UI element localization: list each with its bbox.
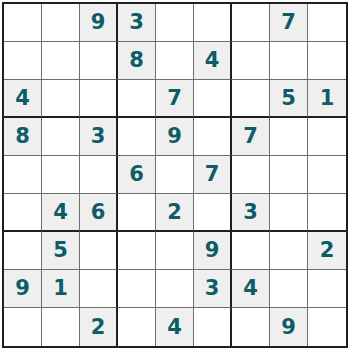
cell-r3c5: 7	[156, 80, 194, 118]
cell-r4c7: 7	[232, 118, 270, 156]
cell-r2c9[interactable]	[308, 42, 346, 80]
cell-r2c7[interactable]	[232, 42, 270, 80]
cell-r3c8: 5	[270, 80, 308, 118]
cell-r1c1[interactable]	[4, 4, 42, 42]
cell-r6c4[interactable]	[118, 194, 156, 232]
cell-r5c5[interactable]	[156, 156, 194, 194]
cell-r4c9[interactable]	[308, 118, 346, 156]
cell-r1c4: 3	[118, 4, 156, 42]
cell-r5c3[interactable]	[80, 156, 118, 194]
cell-r8c9[interactable]	[308, 270, 346, 308]
cell-r2c5[interactable]	[156, 42, 194, 80]
cell-r8c6: 3	[194, 270, 232, 308]
cell-r8c5[interactable]	[156, 270, 194, 308]
cell-r2c3[interactable]	[80, 42, 118, 80]
cell-r1c8: 7	[270, 4, 308, 42]
cell-r6c5: 2	[156, 194, 194, 232]
cell-r6c8[interactable]	[270, 194, 308, 232]
cell-r9c3: 2	[80, 308, 118, 346]
cell-r4c6[interactable]	[194, 118, 232, 156]
cell-r1c3: 9	[80, 4, 118, 42]
cell-r1c2[interactable]	[42, 4, 80, 42]
cell-r2c1[interactable]	[4, 42, 42, 80]
cell-r5c4: 6	[118, 156, 156, 194]
cell-r9c5: 4	[156, 308, 194, 346]
cell-r8c3[interactable]	[80, 270, 118, 308]
cell-r6c2: 4	[42, 194, 80, 232]
cell-r6c3: 6	[80, 194, 118, 232]
cell-r1c7[interactable]	[232, 4, 270, 42]
cell-r6c9[interactable]	[308, 194, 346, 232]
cell-r9c4[interactable]	[118, 308, 156, 346]
cell-r4c2[interactable]	[42, 118, 80, 156]
cell-r2c6: 4	[194, 42, 232, 80]
page: 93784475183976746235929134249	[0, 0, 350, 350]
cell-r3c6[interactable]	[194, 80, 232, 118]
cell-r9c1[interactable]	[4, 308, 42, 346]
cell-r5c2[interactable]	[42, 156, 80, 194]
cell-r9c8: 9	[270, 308, 308, 346]
cell-r7c3[interactable]	[80, 232, 118, 270]
cell-r4c1: 8	[4, 118, 42, 156]
cell-r5c9[interactable]	[308, 156, 346, 194]
cell-r1c9[interactable]	[308, 4, 346, 42]
cell-r1c5[interactable]	[156, 4, 194, 42]
cell-r9c7[interactable]	[232, 308, 270, 346]
cell-r7c5[interactable]	[156, 232, 194, 270]
cell-r7c6: 9	[194, 232, 232, 270]
cell-r2c2[interactable]	[42, 42, 80, 80]
cell-r7c1[interactable]	[4, 232, 42, 270]
cell-r8c4[interactable]	[118, 270, 156, 308]
sudoku-board: 93784475183976746235929134249	[2, 2, 348, 348]
cell-r8c2: 1	[42, 270, 80, 308]
cell-r8c1: 9	[4, 270, 42, 308]
cell-r7c2: 5	[42, 232, 80, 270]
cell-r3c9: 1	[308, 80, 346, 118]
cell-r6c1[interactable]	[4, 194, 42, 232]
cell-r9c2[interactable]	[42, 308, 80, 346]
cell-r9c6[interactable]	[194, 308, 232, 346]
cell-r7c7[interactable]	[232, 232, 270, 270]
cell-r8c8[interactable]	[270, 270, 308, 308]
cell-r4c4[interactable]	[118, 118, 156, 156]
cell-r2c8[interactable]	[270, 42, 308, 80]
cell-r7c9: 2	[308, 232, 346, 270]
cell-r5c1[interactable]	[4, 156, 42, 194]
cell-r3c2[interactable]	[42, 80, 80, 118]
cell-r7c8[interactable]	[270, 232, 308, 270]
cell-r3c1: 4	[4, 80, 42, 118]
cell-r9c9[interactable]	[308, 308, 346, 346]
cell-r3c4[interactable]	[118, 80, 156, 118]
cell-r5c8[interactable]	[270, 156, 308, 194]
cell-r2c4: 8	[118, 42, 156, 80]
cell-r4c5: 9	[156, 118, 194, 156]
cell-r8c7: 4	[232, 270, 270, 308]
cell-r5c7[interactable]	[232, 156, 270, 194]
cell-r7c4[interactable]	[118, 232, 156, 270]
cell-r3c3[interactable]	[80, 80, 118, 118]
cell-r5c6: 7	[194, 156, 232, 194]
cell-r6c6[interactable]	[194, 194, 232, 232]
cell-r1c6[interactable]	[194, 4, 232, 42]
cell-r4c8[interactable]	[270, 118, 308, 156]
cell-r6c7: 3	[232, 194, 270, 232]
cell-r4c3: 3	[80, 118, 118, 156]
cell-r3c7[interactable]	[232, 80, 270, 118]
